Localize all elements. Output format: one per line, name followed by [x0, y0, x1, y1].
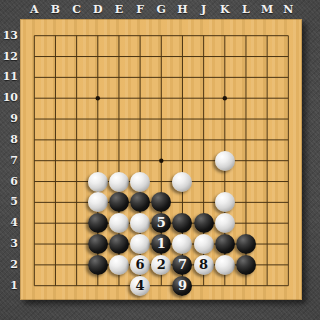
black-stone-d2[interactable] [88, 255, 108, 275]
white-stone-f2[interactable]: 6 [130, 255, 150, 275]
white-stone-f1[interactable]: 4 [130, 276, 150, 296]
row-label-1: 1 [0, 280, 18, 292]
row-label-2: 2 [0, 259, 18, 271]
black-stone-l3[interactable] [236, 234, 256, 254]
white-stone-j2[interactable]: 8 [194, 255, 214, 275]
row-label-9: 9 [0, 113, 18, 125]
white-stone-e6[interactable] [109, 172, 129, 192]
column-label-b: B [47, 4, 63, 16]
column-label-a: A [26, 4, 42, 16]
row-label-6: 6 [0, 176, 18, 188]
white-stone-k2[interactable] [215, 255, 235, 275]
page-background: 51627849 ABCDEFGHJKLMN13121110987654321 [0, 0, 320, 320]
column-label-g: G [153, 4, 169, 16]
column-label-j: J [196, 4, 212, 16]
column-label-k: K [217, 4, 233, 16]
star-point [223, 96, 227, 100]
column-label-c: C [69, 4, 85, 16]
column-label-n: N [280, 4, 296, 16]
move-number-label: 6 [136, 255, 145, 275]
move-number-label: 9 [178, 276, 187, 296]
row-label-11: 11 [0, 71, 18, 83]
move-number-label: 7 [178, 255, 187, 275]
go-board[interactable]: 51627849 [20, 19, 302, 300]
row-label-13: 13 [0, 30, 18, 42]
move-number-label: 2 [157, 255, 166, 275]
row-label-8: 8 [0, 134, 18, 146]
black-stone-k3[interactable] [215, 234, 235, 254]
row-label-4: 4 [0, 217, 18, 229]
column-label-l: L [238, 4, 254, 16]
black-stone-d3[interactable] [88, 234, 108, 254]
star-point [159, 158, 163, 162]
black-stone-l2[interactable] [236, 255, 256, 275]
move-number-label: 1 [157, 234, 166, 254]
black-stone-d4[interactable] [88, 213, 108, 233]
row-label-5: 5 [0, 196, 18, 208]
column-label-f: F [132, 4, 148, 16]
star-point [96, 96, 100, 100]
row-label-3: 3 [0, 238, 18, 250]
white-stone-d6[interactable] [88, 172, 108, 192]
column-label-h: H [174, 4, 190, 16]
black-stone-e3[interactable] [109, 234, 129, 254]
column-label-m: M [259, 4, 275, 16]
white-stone-k4[interactable] [215, 213, 235, 233]
white-stone-k7[interactable] [215, 151, 235, 171]
column-label-d: D [90, 4, 106, 16]
move-number-label: 4 [136, 276, 145, 296]
row-label-12: 12 [0, 51, 18, 63]
row-label-7: 7 [0, 155, 18, 167]
white-stone-f6[interactable] [130, 172, 150, 192]
black-stone-j4[interactable] [194, 213, 214, 233]
move-number-label: 8 [199, 255, 208, 275]
row-label-10: 10 [0, 92, 18, 104]
column-label-e: E [111, 4, 127, 16]
white-stone-e2[interactable] [109, 255, 129, 275]
move-number-label: 5 [157, 213, 166, 233]
white-stone-j3[interactable] [194, 234, 214, 254]
white-stone-h6[interactable] [172, 172, 192, 192]
